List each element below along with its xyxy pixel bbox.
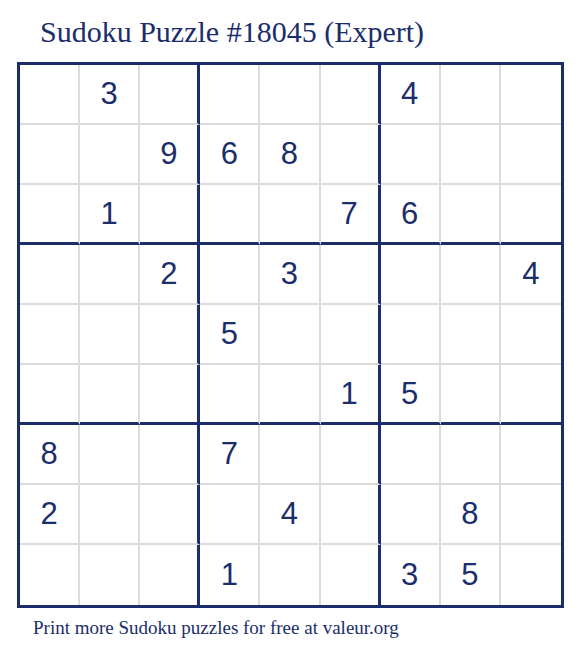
sudoku-cell-r2c2 — [80, 125, 140, 185]
sudoku-cell-r1c1 — [20, 65, 80, 125]
sudoku-cell-r2c7 — [381, 125, 441, 185]
sudoku-cell-r8c7 — [381, 485, 441, 545]
sudoku-cell-r3c2: 1 — [80, 185, 140, 245]
sudoku-cell-r9c8: 5 — [441, 545, 501, 605]
sudoku-cell-r7c5 — [260, 425, 320, 485]
sudoku-cell-r1c8 — [441, 65, 501, 125]
sudoku-cell-r9c9 — [501, 545, 561, 605]
sudoku-cell-r2c4: 6 — [200, 125, 260, 185]
sudoku-cell-r5c9 — [501, 305, 561, 365]
sudoku-cell-r9c4: 1 — [200, 545, 260, 605]
sudoku-cell-r9c7: 3 — [381, 545, 441, 605]
sudoku-cell-r4c5: 3 — [260, 245, 320, 305]
sudoku-cell-r4c7 — [381, 245, 441, 305]
sudoku-cell-r4c1 — [20, 245, 80, 305]
sudoku-cell-r4c4 — [200, 245, 260, 305]
sudoku-cell-r8c5: 4 — [260, 485, 320, 545]
sudoku-cell-r2c6 — [321, 125, 381, 185]
sudoku-cell-r7c9 — [501, 425, 561, 485]
sudoku-board: 3496817623451587248135 — [17, 62, 564, 608]
sudoku-cell-r6c9 — [501, 365, 561, 425]
sudoku-cell-r9c2 — [80, 545, 140, 605]
sudoku-cell-r4c9: 4 — [501, 245, 561, 305]
sudoku-cell-r6c5 — [260, 365, 320, 425]
sudoku-cell-r9c5 — [260, 545, 320, 605]
sudoku-cell-r5c6 — [321, 305, 381, 365]
sudoku-cell-r8c6 — [321, 485, 381, 545]
footer-text: Print more Sudoku puzzles for free at va… — [33, 617, 399, 639]
sudoku-cell-r3c6: 7 — [321, 185, 381, 245]
sudoku-page: Sudoku Puzzle #18045 (Expert) 3496817623… — [0, 0, 580, 651]
sudoku-cell-r2c1 — [20, 125, 80, 185]
sudoku-cell-r1c9 — [501, 65, 561, 125]
sudoku-cell-r9c1 — [20, 545, 80, 605]
sudoku-cell-r6c1 — [20, 365, 80, 425]
sudoku-cell-r4c6 — [321, 245, 381, 305]
sudoku-cell-r7c7 — [381, 425, 441, 485]
sudoku-cell-r1c5 — [260, 65, 320, 125]
sudoku-cell-r5c4: 5 — [200, 305, 260, 365]
sudoku-cell-r8c1: 2 — [20, 485, 80, 545]
sudoku-cell-r3c7: 6 — [381, 185, 441, 245]
sudoku-cell-r8c8: 8 — [441, 485, 501, 545]
sudoku-cell-r5c1 — [20, 305, 80, 365]
sudoku-cell-r3c8 — [441, 185, 501, 245]
sudoku-cell-r8c4 — [200, 485, 260, 545]
sudoku-cell-r7c6 — [321, 425, 381, 485]
sudoku-cell-r3c3 — [140, 185, 200, 245]
sudoku-cell-r3c9 — [501, 185, 561, 245]
sudoku-cell-r2c5: 8 — [260, 125, 320, 185]
sudoku-cell-r8c2 — [80, 485, 140, 545]
sudoku-cell-r5c3 — [140, 305, 200, 365]
sudoku-cell-r3c5 — [260, 185, 320, 245]
sudoku-cell-r4c3: 2 — [140, 245, 200, 305]
page-title: Sudoku Puzzle #18045 (Expert) — [40, 14, 424, 50]
sudoku-cell-r3c4 — [200, 185, 260, 245]
sudoku-cell-r8c3 — [140, 485, 200, 545]
sudoku-cell-r7c8 — [441, 425, 501, 485]
sudoku-cell-r7c3 — [140, 425, 200, 485]
sudoku-cell-r9c3 — [140, 545, 200, 605]
sudoku-cell-r7c4: 7 — [200, 425, 260, 485]
sudoku-cell-r6c6: 1 — [321, 365, 381, 425]
sudoku-cell-r9c6 — [321, 545, 381, 605]
sudoku-cell-r6c8 — [441, 365, 501, 425]
sudoku-cell-r2c9 — [501, 125, 561, 185]
sudoku-cell-r6c7: 5 — [381, 365, 441, 425]
sudoku-cell-r7c2 — [80, 425, 140, 485]
sudoku-cell-r5c2 — [80, 305, 140, 365]
sudoku-cell-r1c6 — [321, 65, 381, 125]
sudoku-cell-r4c2 — [80, 245, 140, 305]
sudoku-cell-r1c7: 4 — [381, 65, 441, 125]
sudoku-cell-r8c9 — [501, 485, 561, 545]
sudoku-cell-r1c3 — [140, 65, 200, 125]
sudoku-cell-r6c4 — [200, 365, 260, 425]
sudoku-cell-r1c4 — [200, 65, 260, 125]
sudoku-cell-r5c8 — [441, 305, 501, 365]
sudoku-cell-r5c7 — [381, 305, 441, 365]
sudoku-cell-r1c2: 3 — [80, 65, 140, 125]
sudoku-cell-r4c8 — [441, 245, 501, 305]
sudoku-cell-r2c8 — [441, 125, 501, 185]
sudoku-cell-r6c2 — [80, 365, 140, 425]
sudoku-cell-r7c1: 8 — [20, 425, 80, 485]
sudoku-cell-r5c5 — [260, 305, 320, 365]
sudoku-cell-r3c1 — [20, 185, 80, 245]
sudoku-cell-r2c3: 9 — [140, 125, 200, 185]
sudoku-cell-r6c3 — [140, 365, 200, 425]
